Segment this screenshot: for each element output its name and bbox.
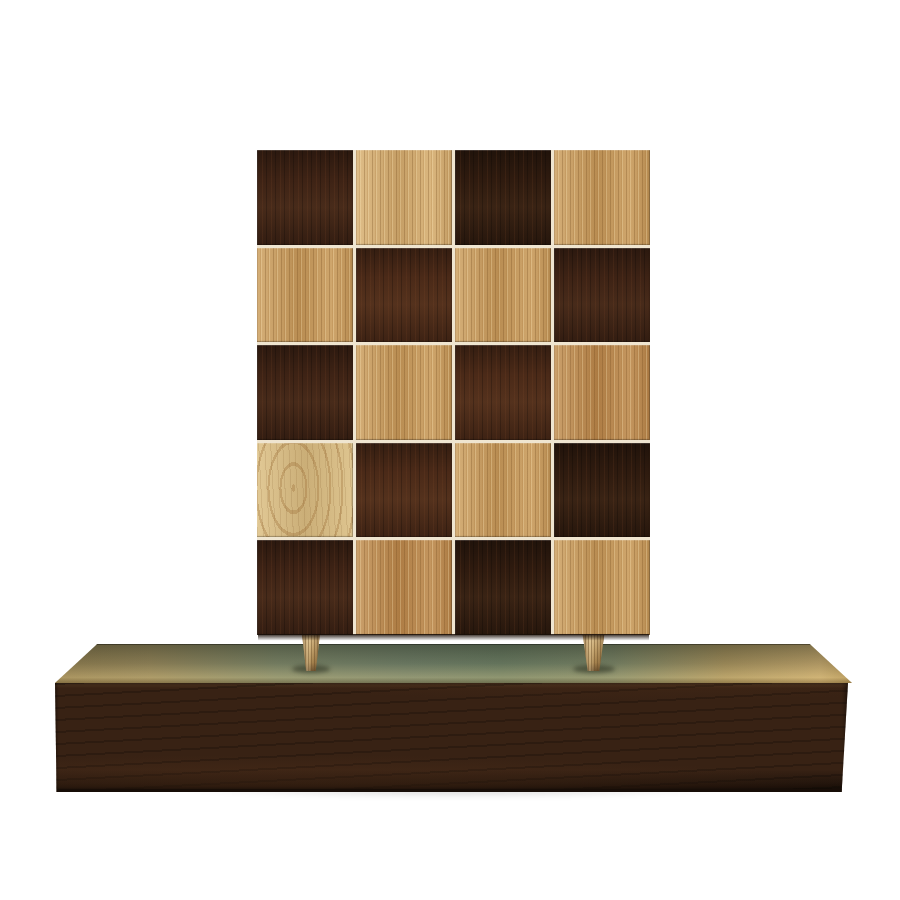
board-square-r5c3-dark[interactable] — [455, 540, 551, 635]
board-square-r5c2-light[interactable] — [356, 540, 452, 635]
shelf-top-surface — [55, 644, 852, 683]
board-square-r1c3-dark[interactable] — [455, 150, 551, 245]
board-square-r2c2-dark[interactable] — [356, 248, 452, 343]
cabinet-bottom-shadow — [258, 634, 649, 641]
board-square-r4c1-light[interactable] — [257, 443, 353, 538]
board-square-r5c4-light[interactable] — [554, 540, 650, 635]
board-square-r1c2-light[interactable] — [356, 150, 452, 245]
board-square-r3c2-light[interactable] — [356, 345, 452, 440]
shelf-front-face — [55, 683, 848, 792]
board-square-r2c3-light[interactable] — [455, 248, 551, 343]
board-square-r1c1-dark[interactable] — [257, 150, 353, 245]
board-square-r3c4-light[interactable] — [554, 345, 650, 440]
board-square-r5c1-dark[interactable] — [257, 540, 353, 635]
board-square-r4c3-light[interactable] — [455, 443, 551, 538]
board-square-r2c4-dark[interactable] — [554, 248, 650, 343]
board-square-r4c2-dark[interactable] — [356, 443, 452, 538]
board-square-r3c1-dark[interactable] — [257, 345, 353, 440]
board-square-r2c1-light[interactable] — [257, 248, 353, 343]
checkerboard-cabinet — [257, 150, 650, 635]
board-square-r1c4-light[interactable] — [554, 150, 650, 245]
board-square-r3c3-dark[interactable] — [455, 345, 551, 440]
product-photo-stage — [0, 0, 900, 900]
board-square-r4c4-dark[interactable] — [554, 443, 650, 538]
